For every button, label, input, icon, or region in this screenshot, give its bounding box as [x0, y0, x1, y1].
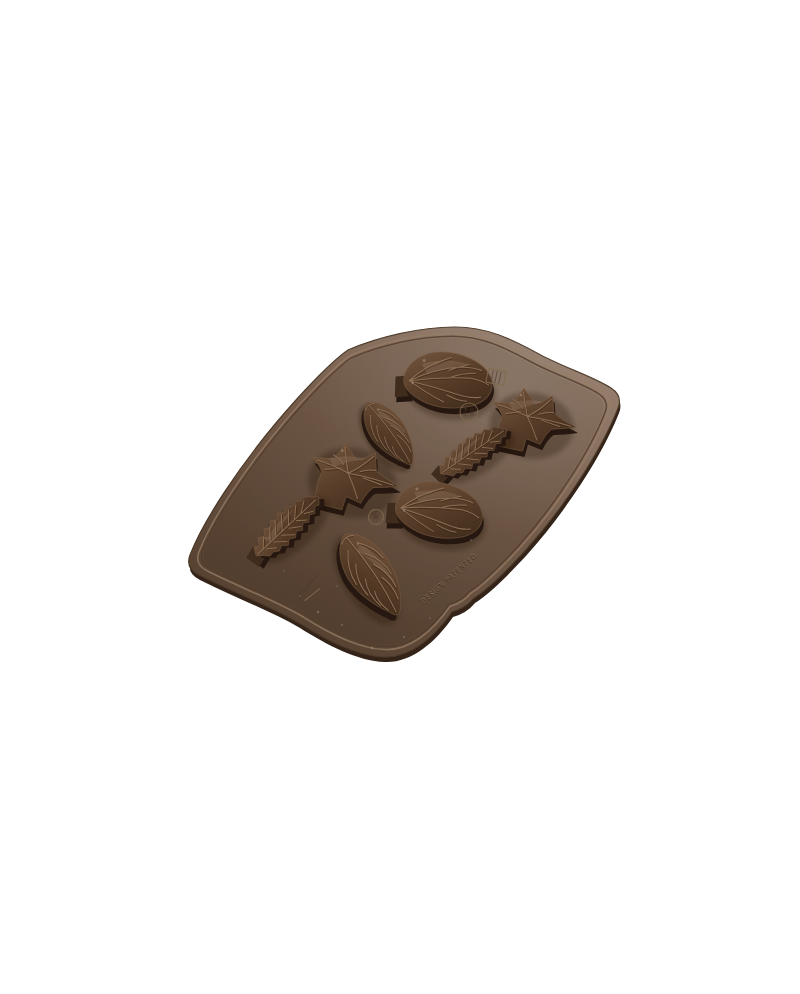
photo-canvas: DESIGN PATENTED DESIGN PATENTED [0, 0, 800, 994]
chocolate-mould-photo: DESIGN PATENTED DESIGN PATENTED [0, 0, 800, 994]
